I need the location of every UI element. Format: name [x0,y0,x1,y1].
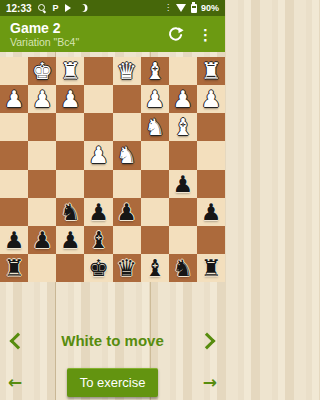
square-b2[interactable]: ♟ [169,85,197,113]
piece-wP: ♟ [144,85,165,113]
wifi-icon [176,4,186,12]
square-g7[interactable]: ♟ [28,226,56,254]
piece-wP: ♟ [4,85,25,113]
refresh-button[interactable] [167,26,184,43]
square-c8[interactable]: ♝ [141,254,169,282]
bottom-panel: White to move ← To exercise → [0,282,225,400]
square-f8[interactable] [56,254,84,282]
previous-game-arrow-icon[interactable]: ← [8,374,22,391]
square-h5[interactable] [0,170,28,198]
square-d6[interactable]: ♟ [113,198,141,226]
battery-percent: 90% [201,3,219,13]
piece-bN: ♞ [173,254,194,282]
previous-move-chevron-icon[interactable] [10,332,27,349]
square-f3[interactable] [56,113,84,141]
square-b5[interactable]: ♟ [169,170,197,198]
square-d4[interactable]: ♞ [113,141,141,169]
square-a6[interactable]: ♟ [197,198,225,226]
overflow-menu-icon: ⋮ [198,26,213,43]
overflow-menu-button[interactable]: ⋮ [196,27,215,42]
square-b4[interactable] [169,141,197,169]
piece-bB: ♝ [144,254,165,282]
square-e5[interactable] [84,170,112,198]
app-bar-titles: Game 2 Variation "Bc4" [10,20,167,48]
moon-icon [77,4,85,12]
play-icon [65,4,71,12]
app-window: 12:33 P ⋮ 90% Game 2 Variation "Bc4" [0,0,225,400]
square-c5[interactable] [141,170,169,198]
square-d2[interactable] [113,85,141,113]
square-a8[interactable]: ♜ [197,254,225,282]
refresh-icon [167,26,184,43]
piece-wP: ♟ [32,85,53,113]
piece-wQ: ♛ [116,57,137,85]
piece-bP: ♟ [116,198,137,226]
piece-wP: ♟ [173,85,194,113]
square-g5[interactable] [28,170,56,198]
square-b6[interactable] [169,198,197,226]
square-b3[interactable]: ♝ [169,113,197,141]
square-d3[interactable] [113,113,141,141]
square-g1[interactable]: ♚ [28,57,56,85]
piece-wK: ♚ [32,57,53,85]
piece-bB: ♝ [88,226,109,254]
piece-bP: ♟ [173,170,194,198]
piece-wN: ♞ [116,141,137,169]
square-g6[interactable] [28,198,56,226]
square-e7[interactable]: ♝ [84,226,112,254]
app-bar: Game 2 Variation "Bc4" ⋮ [0,16,225,52]
square-b7[interactable] [169,226,197,254]
square-e6[interactable]: ♟ [84,198,112,226]
square-d8[interactable]: ♛ [113,254,141,282]
side-to-move-label: White to move [61,332,164,349]
square-h7[interactable]: ♟ [0,226,28,254]
piece-bP: ♟ [32,226,53,254]
next-game-arrow-icon[interactable]: → [203,374,217,391]
square-d1[interactable]: ♛ [113,57,141,85]
piece-bR: ♜ [201,254,222,282]
square-a1[interactable]: ♜ [197,57,225,85]
to-exercise-button[interactable]: To exercise [67,368,159,397]
piece-bQ: ♛ [116,254,137,282]
piece-bP: ♟ [4,226,25,254]
piece-bN: ♞ [60,198,81,226]
chess-board: ♚♜♛♝♜♟♟♟♟♟♟♞♝♟♞♟♞♟♟♟♟♟♟♝♜♚♛♝♞♜ [0,57,225,282]
square-g4[interactable] [28,141,56,169]
square-c3[interactable]: ♞ [141,113,169,141]
square-f4[interactable] [56,141,84,169]
square-g8[interactable] [28,254,56,282]
square-h1[interactable] [0,57,28,85]
square-e4[interactable]: ♟ [84,141,112,169]
square-c6[interactable] [141,198,169,226]
clock: 12:33 [6,3,32,14]
square-d5[interactable] [113,170,141,198]
piece-wP: ♟ [88,141,109,169]
page-title: Game 2 [10,20,167,36]
square-h8[interactable]: ♜ [0,254,28,282]
square-c7[interactable] [141,226,169,254]
square-a3[interactable] [197,113,225,141]
piece-wR: ♜ [201,57,222,85]
square-f6[interactable]: ♞ [56,198,84,226]
piece-wB: ♝ [173,113,194,141]
square-c2[interactable]: ♟ [141,85,169,113]
square-a4[interactable] [197,141,225,169]
square-a7[interactable] [197,226,225,254]
square-c1[interactable]: ♝ [141,57,169,85]
notification-dots-icon: ⋮ [164,4,172,12]
square-d7[interactable] [113,226,141,254]
piece-wP: ♟ [201,85,222,113]
square-h6[interactable] [0,198,28,226]
piece-wP: ♟ [60,85,81,113]
piece-bK: ♚ [88,254,109,282]
square-e8[interactable]: ♚ [84,254,112,282]
square-h3[interactable] [0,113,28,141]
square-e2[interactable] [84,85,112,113]
p-notification-icon: P [53,4,59,13]
square-a5[interactable] [197,170,225,198]
battery-icon [191,4,197,13]
piece-wB: ♝ [144,57,165,85]
piece-bP: ♟ [60,226,81,254]
square-c4[interactable] [141,141,169,169]
square-g2[interactable]: ♟ [28,85,56,113]
piece-wR: ♜ [60,57,81,85]
square-b1[interactable] [169,57,197,85]
status-bar: 12:33 P ⋮ 90% [0,0,225,16]
square-h4[interactable] [0,141,28,169]
piece-bR: ♜ [4,254,25,282]
square-f7[interactable]: ♟ [56,226,84,254]
page-subtitle: Variation "Bc4" [10,36,167,48]
square-e3[interactable] [84,113,112,141]
piece-bP: ♟ [201,198,222,226]
square-a2[interactable]: ♟ [197,85,225,113]
square-e1[interactable] [84,57,112,85]
app-bar-actions: ⋮ [167,26,215,43]
square-h2[interactable]: ♟ [0,85,28,113]
next-move-chevron-icon[interactable] [198,332,215,349]
square-f1[interactable]: ♜ [56,57,84,85]
square-f5[interactable] [56,170,84,198]
square-g3[interactable] [28,113,56,141]
search-icon [38,4,47,13]
exercise-row: ← To exercise → [0,368,225,397]
piece-bP: ♟ [88,198,109,226]
square-f2[interactable]: ♟ [56,85,84,113]
move-nav-row: White to move [0,332,225,349]
square-b8[interactable]: ♞ [169,254,197,282]
piece-wN: ♞ [144,113,165,141]
status-bar-right: ⋮ 90% [164,3,219,13]
status-bar-left: 12:33 P [6,3,164,14]
